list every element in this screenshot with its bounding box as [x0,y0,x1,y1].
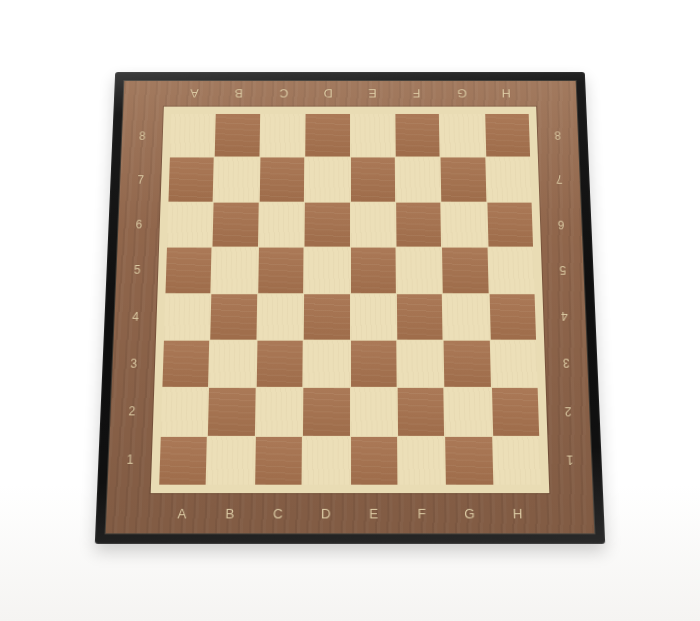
square-h8[interactable] [485,114,530,157]
square-h4[interactable] [489,294,536,340]
square-a4[interactable] [164,294,211,340]
square-f3[interactable] [397,341,443,388]
file-label-bottom-a: A [158,493,207,533]
rank-label-left-1: 1 [108,436,153,485]
square-f5[interactable] [396,248,442,293]
square-g4[interactable] [443,294,489,340]
square-h5[interactable] [488,248,534,293]
square-f8[interactable] [395,114,440,157]
square-h1[interactable] [493,437,541,485]
square-d3[interactable] [303,341,349,388]
rank-label-right-5: 5 [541,247,584,293]
square-d5[interactable] [304,248,349,293]
square-f2[interactable] [398,388,445,435]
square-b6[interactable] [213,202,259,246]
square-f6[interactable] [396,202,441,246]
rank-label-right-1: 1 [547,436,592,485]
square-a3[interactable] [162,341,209,388]
file-label-top-f: F [394,81,439,107]
rank-label-left-5: 5 [116,247,159,293]
file-label-top-b: B [216,81,261,107]
square-c5[interactable] [258,248,304,293]
square-a6[interactable] [167,202,213,246]
square-d1[interactable] [303,437,350,485]
square-a5[interactable] [165,248,211,293]
board-border: ABCDEFGH ABCDEFGH 87654321 87654321 [106,81,595,533]
square-g7[interactable] [441,158,486,202]
square-b7[interactable] [214,158,259,202]
chess-board [159,114,541,485]
rank-label-left-2: 2 [110,387,155,435]
square-e2[interactable] [351,388,397,435]
rank-label-right-8: 8 [536,114,578,158]
square-b5[interactable] [212,248,258,293]
square-b8[interactable] [215,114,260,157]
square-b1[interactable] [207,437,255,485]
square-c7[interactable] [259,158,304,202]
square-e1[interactable] [351,437,398,485]
square-b4[interactable] [211,294,257,340]
rank-label-right-4: 4 [543,293,587,340]
rank-label-left-7: 7 [119,158,162,202]
square-g6[interactable] [442,202,488,246]
square-g8[interactable] [440,114,485,157]
square-h7[interactable] [486,158,532,202]
square-e8[interactable] [350,114,394,157]
file-label-bottom-b: B [206,493,255,533]
file-label-bottom-c: C [254,493,302,533]
square-g3[interactable] [444,341,491,388]
square-c8[interactable] [260,114,305,157]
square-c4[interactable] [257,294,303,340]
file-labels-top: ABCDEFGH [172,81,529,107]
file-label-bottom-h: H [493,493,542,533]
square-a8[interactable] [170,114,215,157]
square-g5[interactable] [442,248,488,293]
square-e7[interactable] [350,158,395,202]
square-a1[interactable] [159,437,207,485]
square-c6[interactable] [259,202,304,246]
square-c2[interactable] [256,388,303,435]
square-h6[interactable] [487,202,533,246]
square-d2[interactable] [303,388,349,435]
square-a2[interactable] [161,388,209,435]
rank-label-right-6: 6 [539,202,582,247]
square-c1[interactable] [255,437,302,485]
file-label-bottom-d: D [302,493,350,533]
square-b2[interactable] [208,388,255,435]
rank-label-left-4: 4 [114,293,158,340]
square-a7[interactable] [168,158,214,202]
rank-label-right-2: 2 [546,387,591,435]
file-label-top-e: E [350,81,395,107]
rank-label-left-6: 6 [117,202,160,247]
square-d6[interactable] [305,202,350,246]
square-f1[interactable] [398,437,445,485]
file-label-top-d: D [305,81,350,107]
file-label-top-g: G [439,81,484,107]
square-d4[interactable] [304,294,350,340]
product-photo-background: ABCDEFGH ABCDEFGH 87654321 87654321 [0,0,700,621]
square-h3[interactable] [490,341,537,388]
rank-label-right-7: 7 [538,158,581,202]
board-inlay [151,107,550,494]
square-e6[interactable] [350,202,395,246]
square-e4[interactable] [350,294,396,340]
file-label-top-h: H [483,81,528,107]
chess-board-frame: ABCDEFGH ABCDEFGH 87654321 87654321 [95,72,605,544]
file-label-bottom-g: G [446,493,495,533]
square-h2[interactable] [492,388,540,435]
rank-label-right-3: 3 [544,340,588,387]
square-g2[interactable] [445,388,492,435]
file-label-bottom-f: F [398,493,446,533]
file-label-top-a: A [172,81,217,107]
rank-label-left-3: 3 [112,340,156,387]
file-label-top-c: C [261,81,306,107]
square-b3[interactable] [209,341,256,388]
file-labels-bottom: ABCDEFGH [158,493,543,533]
square-c3[interactable] [256,341,302,388]
square-f7[interactable] [396,158,441,202]
square-d7[interactable] [305,158,350,202]
square-d8[interactable] [305,114,349,157]
square-f4[interactable] [397,294,443,340]
square-e5[interactable] [350,248,395,293]
square-e3[interactable] [351,341,397,388]
rank-label-left-8: 8 [121,114,163,158]
square-g1[interactable] [445,437,493,485]
file-label-bottom-e: E [350,493,398,533]
